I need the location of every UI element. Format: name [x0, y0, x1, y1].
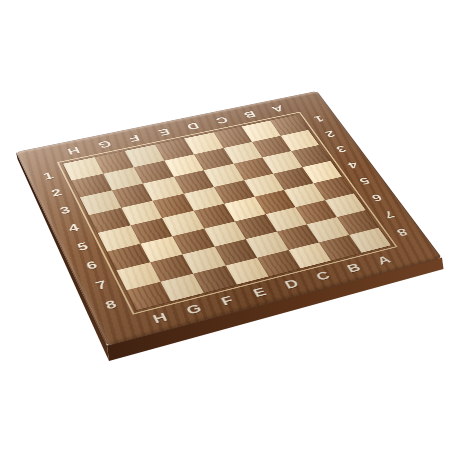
photo-background: HGFEDCBA HGFEDCBA 12345678 12345678 [0, 0, 452, 452]
